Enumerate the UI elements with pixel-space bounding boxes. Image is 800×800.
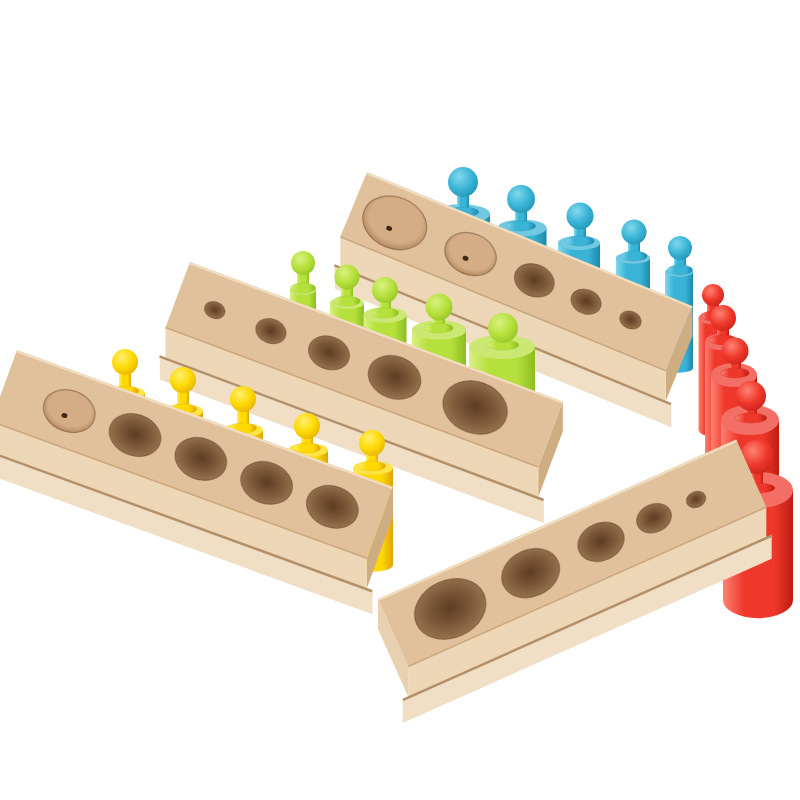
red-knob-collar bbox=[735, 413, 767, 423]
yellow-knob-ball bbox=[294, 413, 320, 439]
green-knob-collar bbox=[425, 323, 453, 333]
yellow-knob-ball bbox=[170, 367, 196, 393]
green-knob-collar bbox=[371, 308, 398, 318]
green-knob-ball bbox=[372, 277, 398, 303]
blue-knob-ball bbox=[622, 220, 647, 245]
red-knob-ball bbox=[710, 305, 736, 331]
red-knob-ball bbox=[702, 284, 724, 306]
blue-knob-collar bbox=[621, 251, 647, 261]
blue-knob-ball bbox=[507, 185, 535, 213]
green-knob-collar bbox=[290, 283, 315, 293]
yellow-knob-collar bbox=[358, 461, 385, 471]
green-knob-ball bbox=[291, 251, 315, 275]
green-knob-ball bbox=[488, 313, 518, 343]
green-knob-ball bbox=[426, 294, 453, 321]
green-knob-ball bbox=[335, 265, 360, 290]
blue-knob-collar bbox=[566, 236, 594, 246]
red-knob-collar bbox=[721, 368, 749, 378]
green-knob-collar bbox=[334, 296, 360, 306]
yellow-knob-collar bbox=[293, 443, 320, 453]
blue-knob-ball bbox=[668, 236, 692, 260]
blue-knob-ball bbox=[567, 203, 594, 230]
blue-knob-collar bbox=[506, 221, 535, 231]
blue-knob-ball bbox=[448, 167, 478, 197]
red-knob-ball bbox=[736, 381, 766, 411]
red-cylinder-bottom bbox=[723, 582, 793, 618]
yellow-knob-ball bbox=[359, 430, 385, 456]
yellow-knob-ball bbox=[112, 349, 138, 375]
yellow-knob-ball bbox=[230, 386, 256, 412]
product-photo bbox=[0, 0, 800, 800]
blue-knob-collar bbox=[667, 265, 692, 275]
cylinder-blocks-scene bbox=[0, 0, 800, 800]
red-knob-ball bbox=[722, 338, 749, 365]
